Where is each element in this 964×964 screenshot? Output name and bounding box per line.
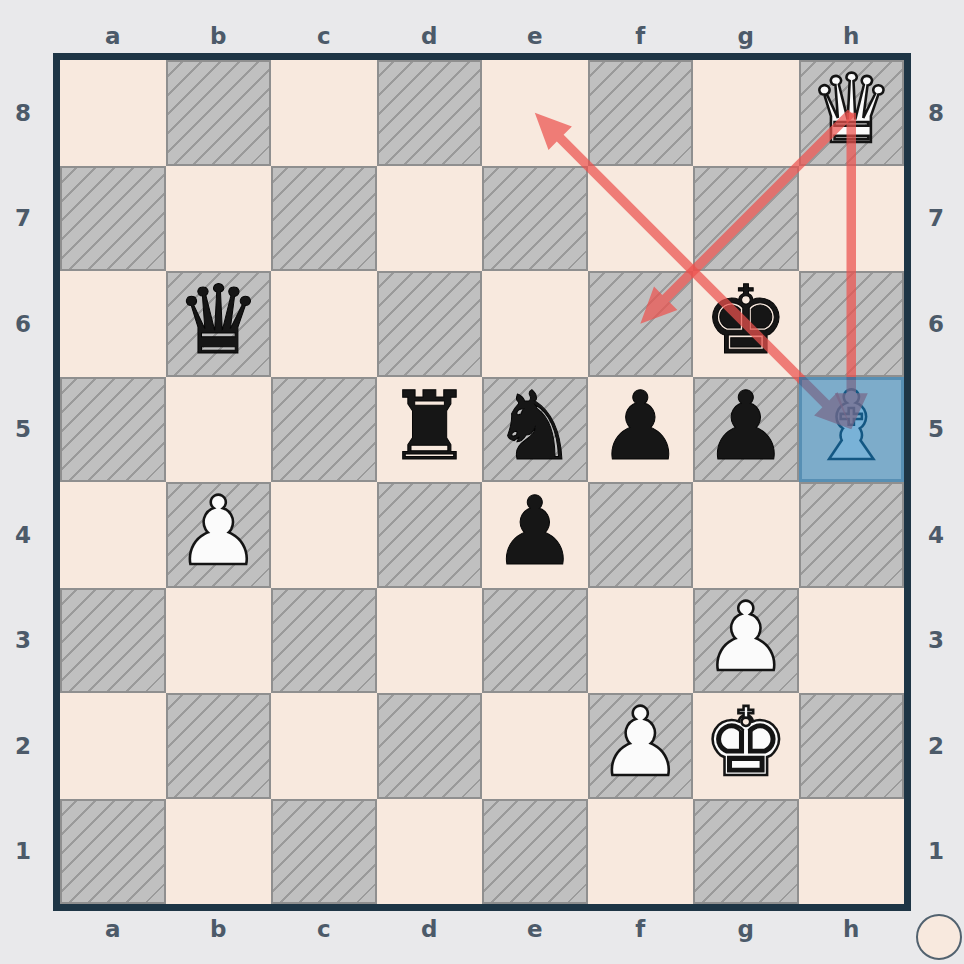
square-g8[interactable] bbox=[693, 60, 799, 166]
file-label-d-bottom: d bbox=[377, 916, 483, 946]
file-label-c-top: c bbox=[271, 23, 377, 53]
square-a2[interactable] bbox=[60, 693, 166, 799]
piece-black-rook-d5[interactable]: ♜ bbox=[377, 374, 483, 480]
file-label-a-top: a bbox=[60, 23, 166, 53]
square-b3[interactable] bbox=[166, 588, 272, 694]
chess-board: ♛♛♚♜♞♟♟♝♟♟♟♟♚ bbox=[53, 53, 911, 911]
square-b2[interactable] bbox=[166, 693, 272, 799]
piece-white-pawn-f2[interactable]: ♟ bbox=[588, 690, 694, 796]
rank-label-5-right: 5 bbox=[913, 377, 959, 483]
rank-label-3-right: 3 bbox=[913, 588, 959, 694]
file-label-b-bottom: b bbox=[166, 916, 272, 946]
square-a3[interactable] bbox=[60, 588, 166, 694]
file-label-c-bottom: c bbox=[271, 916, 377, 946]
square-f4[interactable] bbox=[588, 482, 694, 588]
square-a7[interactable] bbox=[60, 166, 166, 272]
file-label-h-top: h bbox=[799, 23, 905, 53]
square-b7[interactable] bbox=[166, 166, 272, 272]
square-c6[interactable] bbox=[271, 271, 377, 377]
file-label-a-bottom: a bbox=[60, 916, 166, 946]
piece-white-pawn-g3[interactable]: ♟ bbox=[693, 585, 799, 691]
rank-label-2-right: 2 bbox=[913, 693, 959, 799]
file-label-h-bottom: h bbox=[799, 916, 905, 946]
square-c7[interactable] bbox=[271, 166, 377, 272]
rank-labels-left: 87654321 bbox=[0, 60, 46, 904]
rank-label-2-left: 2 bbox=[0, 693, 46, 799]
square-c2[interactable] bbox=[271, 693, 377, 799]
square-e7[interactable] bbox=[482, 166, 588, 272]
square-g4[interactable] bbox=[693, 482, 799, 588]
square-a5[interactable] bbox=[60, 377, 166, 483]
piece-black-pawn-g5[interactable]: ♟ bbox=[693, 374, 799, 480]
rank-label-1-right: 1 bbox=[913, 799, 959, 905]
square-e6[interactable] bbox=[482, 271, 588, 377]
rank-label-6-right: 6 bbox=[913, 271, 959, 377]
rank-label-7-left: 7 bbox=[0, 166, 46, 272]
square-d4[interactable] bbox=[377, 482, 483, 588]
file-label-g-top: g bbox=[693, 23, 799, 53]
square-a4[interactable] bbox=[60, 482, 166, 588]
square-g7[interactable] bbox=[693, 166, 799, 272]
piece-white-pawn-b4[interactable]: ♟ bbox=[166, 479, 272, 585]
square-d3[interactable] bbox=[377, 588, 483, 694]
square-b5[interactable] bbox=[166, 377, 272, 483]
square-b1[interactable] bbox=[166, 799, 272, 905]
square-a6[interactable] bbox=[60, 271, 166, 377]
square-c4[interactable] bbox=[271, 482, 377, 588]
file-labels-bottom: abcdefgh bbox=[60, 916, 904, 946]
rank-label-4-left: 4 bbox=[0, 482, 46, 588]
rank-label-6-left: 6 bbox=[0, 271, 46, 377]
file-label-e-top: e bbox=[482, 23, 588, 53]
square-h6[interactable] bbox=[799, 271, 905, 377]
square-c3[interactable] bbox=[271, 588, 377, 694]
square-e1[interactable] bbox=[482, 799, 588, 905]
square-h7[interactable] bbox=[799, 166, 905, 272]
piece-black-queen-b6[interactable]: ♛ bbox=[166, 268, 272, 374]
piece-black-king-g6[interactable]: ♚ bbox=[693, 268, 799, 374]
square-d8[interactable] bbox=[377, 60, 483, 166]
piece-black-knight-e5[interactable]: ♞ bbox=[482, 374, 588, 480]
rank-label-8-right: 8 bbox=[913, 60, 959, 166]
piece-white-bishop-h5[interactable]: ♝ bbox=[799, 374, 905, 480]
piece-white-king-g2[interactable]: ♚ bbox=[693, 690, 799, 796]
rank-label-3-left: 3 bbox=[0, 588, 46, 694]
square-c5[interactable] bbox=[271, 377, 377, 483]
square-d7[interactable] bbox=[377, 166, 483, 272]
square-d2[interactable] bbox=[377, 693, 483, 799]
rank-label-4-right: 4 bbox=[913, 482, 959, 588]
file-label-d-top: d bbox=[377, 23, 483, 53]
square-f7[interactable] bbox=[588, 166, 694, 272]
square-a8[interactable] bbox=[60, 60, 166, 166]
square-d6[interactable] bbox=[377, 271, 483, 377]
square-c1[interactable] bbox=[271, 799, 377, 905]
piece-black-pawn-e4[interactable]: ♟ bbox=[482, 479, 588, 585]
file-label-g-bottom: g bbox=[693, 916, 799, 946]
file-label-f-bottom: f bbox=[588, 916, 694, 946]
chess-diagram: abcdefgh 87654321 87654321 abcdefgh ♛♛♚♜… bbox=[0, 0, 964, 964]
square-b8[interactable] bbox=[166, 60, 272, 166]
square-h4[interactable] bbox=[799, 482, 905, 588]
piece-black-pawn-f5[interactable]: ♟ bbox=[588, 374, 694, 480]
board-inner: ♛♛♚♜♞♟♟♝♟♟♟♟♚ bbox=[60, 60, 904, 904]
square-h3[interactable] bbox=[799, 588, 905, 694]
file-label-e-bottom: e bbox=[482, 916, 588, 946]
file-labels-top: abcdefgh bbox=[60, 23, 904, 53]
file-label-f-top: f bbox=[588, 23, 694, 53]
square-e8[interactable] bbox=[482, 60, 588, 166]
rank-label-1-left: 1 bbox=[0, 799, 46, 905]
rank-label-7-right: 7 bbox=[913, 166, 959, 272]
square-f1[interactable] bbox=[588, 799, 694, 905]
square-h1[interactable] bbox=[799, 799, 905, 905]
square-d1[interactable] bbox=[377, 799, 483, 905]
white-to-move-indicator bbox=[916, 914, 962, 960]
rank-label-8-left: 8 bbox=[0, 60, 46, 166]
square-h2[interactable] bbox=[799, 693, 905, 799]
file-label-b-top: b bbox=[166, 23, 272, 53]
rank-label-5-left: 5 bbox=[0, 377, 46, 483]
square-c8[interactable] bbox=[271, 60, 377, 166]
rank-labels-right: 87654321 bbox=[913, 60, 959, 904]
square-f6[interactable] bbox=[588, 271, 694, 377]
square-f3[interactable] bbox=[588, 588, 694, 694]
square-f8[interactable] bbox=[588, 60, 694, 166]
piece-white-queen-h8[interactable]: ♛ bbox=[799, 57, 905, 163]
square-e2[interactable] bbox=[482, 693, 588, 799]
square-e3[interactable] bbox=[482, 588, 588, 694]
square-a1[interactable] bbox=[60, 799, 166, 905]
square-g1[interactable] bbox=[693, 799, 799, 905]
